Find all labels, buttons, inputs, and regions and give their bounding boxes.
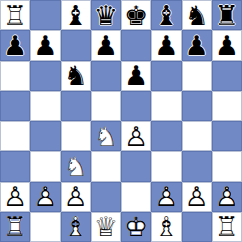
square-f6[interactable]: [151, 61, 181, 91]
square-a1[interactable]: ♜♖: [0, 212, 30, 242]
square-f4[interactable]: [151, 121, 181, 151]
square-c8[interactable]: ♝: [61, 0, 91, 30]
chess-board-container: ♜♖♝♛♚♝♞♜♟♟♟♟♟♟♞♟♞♘♟♙♞♘♟♙♟♙♟♙♟♙♟♙♟♙♜♖♝♗♛♕…: [0, 0, 242, 242]
white-knight-outline-glyph: ♘: [61, 151, 91, 181]
white-rook-a8[interactable]: ♜♖: [0, 0, 30, 30]
square-h3[interactable]: [212, 151, 242, 181]
square-e2[interactable]: [121, 182, 151, 212]
square-h8[interactable]: ♜: [212, 0, 242, 30]
black-bishop-f8[interactable]: ♝: [151, 0, 181, 30]
square-c4[interactable]: [61, 121, 91, 151]
black-pawn-glyph: ♟: [30, 30, 60, 60]
black-pawn-f7[interactable]: ♟: [151, 30, 181, 60]
square-b2[interactable]: ♟♙: [30, 182, 60, 212]
white-pawn-outline-glyph: ♙: [151, 182, 181, 212]
black-knight-g8[interactable]: ♞: [182, 0, 212, 30]
white-queen-outline-glyph: ♕: [91, 212, 121, 242]
white-king-e1[interactable]: ♚♔: [121, 212, 151, 242]
square-d8[interactable]: ♛: [91, 0, 121, 30]
square-c6[interactable]: ♞: [61, 61, 91, 91]
square-f5[interactable]: [151, 91, 181, 121]
white-pawn-outline-glyph: ♙: [0, 182, 30, 212]
square-a2[interactable]: ♟♙: [0, 182, 30, 212]
square-g8[interactable]: ♞: [182, 0, 212, 30]
white-bishop-f1[interactable]: ♝♗: [151, 212, 181, 242]
black-pawn-h7[interactable]: ♟: [212, 30, 242, 60]
square-c2[interactable]: ♟♙: [61, 182, 91, 212]
square-d4[interactable]: ♞♘: [91, 121, 121, 151]
square-e6[interactable]: ♟: [121, 61, 151, 91]
white-queen-d1[interactable]: ♛♕: [91, 212, 121, 242]
square-e1[interactable]: ♚♔: [121, 212, 151, 242]
white-pawn-e4[interactable]: ♟♙: [121, 121, 151, 151]
square-b8[interactable]: [30, 0, 60, 30]
square-h7[interactable]: ♟: [212, 30, 242, 60]
white-knight-c3[interactable]: ♞♘: [61, 151, 91, 181]
square-d1[interactable]: ♛♕: [91, 212, 121, 242]
square-b4[interactable]: [30, 121, 60, 151]
square-d7[interactable]: ♟: [91, 30, 121, 60]
white-rook-h1[interactable]: ♜♖: [212, 212, 242, 242]
square-b6[interactable]: [30, 61, 60, 91]
square-a5[interactable]: [0, 91, 30, 121]
white-pawn-b2[interactable]: ♟♙: [30, 182, 60, 212]
white-pawn-g2[interactable]: ♟♙: [182, 182, 212, 212]
white-knight-d4[interactable]: ♞♘: [91, 121, 121, 151]
square-b1[interactable]: [30, 212, 60, 242]
square-g7[interactable]: ♟: [182, 30, 212, 60]
square-a8[interactable]: ♜♖: [0, 0, 30, 30]
square-f7[interactable]: ♟: [151, 30, 181, 60]
black-pawn-glyph: ♟: [121, 61, 151, 91]
white-pawn-outline-glyph: ♙: [212, 182, 242, 212]
square-g2[interactable]: ♟♙: [182, 182, 212, 212]
square-g3[interactable]: [182, 151, 212, 181]
black-pawn-glyph: ♟: [91, 30, 121, 60]
square-a4[interactable]: [0, 121, 30, 151]
white-knight-outline-glyph: ♘: [91, 121, 121, 151]
square-g1[interactable]: [182, 212, 212, 242]
square-h2[interactable]: ♟♙: [212, 182, 242, 212]
white-pawn-outline-glyph: ♙: [61, 182, 91, 212]
square-e8[interactable]: ♚: [121, 0, 151, 30]
white-bishop-outline-glyph: ♗: [61, 212, 91, 242]
square-g5[interactable]: [182, 91, 212, 121]
black-bishop-glyph: ♝: [151, 0, 181, 30]
white-rook-outline-glyph: ♖: [212, 212, 242, 242]
white-king-outline-glyph: ♔: [121, 212, 151, 242]
black-queen-glyph: ♛: [91, 0, 121, 30]
black-pawn-a7[interactable]: ♟: [0, 30, 30, 60]
black-pawn-glyph: ♟: [212, 30, 242, 60]
black-pawn-glyph: ♟: [151, 30, 181, 60]
black-bishop-glyph: ♝: [61, 0, 91, 30]
black-pawn-b7[interactable]: ♟: [30, 30, 60, 60]
black-rook-h8[interactable]: ♜: [212, 0, 242, 30]
black-pawn-g7[interactable]: ♟: [182, 30, 212, 60]
white-rook-a1[interactable]: ♜♖: [0, 212, 30, 242]
square-a3[interactable]: [0, 151, 30, 181]
square-h1[interactable]: ♜♖: [212, 212, 242, 242]
square-f8[interactable]: ♝: [151, 0, 181, 30]
square-h6[interactable]: [212, 61, 242, 91]
black-queen-d8[interactable]: ♛: [91, 0, 121, 30]
black-pawn-d7[interactable]: ♟: [91, 30, 121, 60]
square-c5[interactable]: [61, 91, 91, 121]
white-rook-outline-glyph: ♖: [0, 212, 30, 242]
square-c7[interactable]: [61, 30, 91, 60]
square-d6[interactable]: [91, 61, 121, 91]
white-bishop-outline-glyph: ♗: [151, 212, 181, 242]
black-pawn-glyph: ♟: [0, 30, 30, 60]
white-pawn-f2[interactable]: ♟♙: [151, 182, 181, 212]
square-b7[interactable]: ♟: [30, 30, 60, 60]
white-pawn-outline-glyph: ♙: [182, 182, 212, 212]
white-pawn-a2[interactable]: ♟♙: [0, 182, 30, 212]
black-knight-glyph: ♞: [182, 0, 212, 30]
white-pawn-outline-glyph: ♙: [30, 182, 60, 212]
square-d2[interactable]: [91, 182, 121, 212]
square-d3[interactable]: [91, 151, 121, 181]
square-a6[interactable]: [0, 61, 30, 91]
black-rook-glyph: ♜: [212, 0, 242, 30]
white-pawn-h2[interactable]: ♟♙: [212, 182, 242, 212]
black-king-e8[interactable]: ♚: [121, 0, 151, 30]
square-h4[interactable]: [212, 121, 242, 151]
black-knight-glyph: ♞: [61, 61, 91, 91]
white-bishop-c1[interactable]: ♝♗: [61, 212, 91, 242]
black-pawn-e6[interactable]: ♟: [121, 61, 151, 91]
black-bishop-c8[interactable]: ♝: [61, 0, 91, 30]
square-b5[interactable]: [30, 91, 60, 121]
chess-board: ♜♖♝♛♚♝♞♜♟♟♟♟♟♟♞♟♞♘♟♙♞♘♟♙♟♙♟♙♟♙♟♙♟♙♜♖♝♗♛♕…: [0, 0, 242, 242]
square-f1[interactable]: ♝♗: [151, 212, 181, 242]
square-h5[interactable]: [212, 91, 242, 121]
square-f2[interactable]: ♟♙: [151, 182, 181, 212]
square-f3[interactable]: [151, 151, 181, 181]
black-knight-c6[interactable]: ♞: [61, 61, 91, 91]
black-king-glyph: ♚: [121, 0, 151, 30]
white-rook-outline-glyph: ♖: [0, 0, 30, 30]
square-e3[interactable]: [121, 151, 151, 181]
square-e5[interactable]: [121, 91, 151, 121]
square-e7[interactable]: [121, 30, 151, 60]
square-a7[interactable]: ♟: [0, 30, 30, 60]
square-e4[interactable]: ♟♙: [121, 121, 151, 151]
white-pawn-c2[interactable]: ♟♙: [61, 182, 91, 212]
square-g4[interactable]: [182, 121, 212, 151]
square-b3[interactable]: [30, 151, 60, 181]
square-c3[interactable]: ♞♘: [61, 151, 91, 181]
black-pawn-glyph: ♟: [182, 30, 212, 60]
square-g6[interactable]: [182, 61, 212, 91]
white-pawn-outline-glyph: ♙: [121, 121, 151, 151]
square-c1[interactable]: ♝♗: [61, 212, 91, 242]
square-d5[interactable]: [91, 91, 121, 121]
